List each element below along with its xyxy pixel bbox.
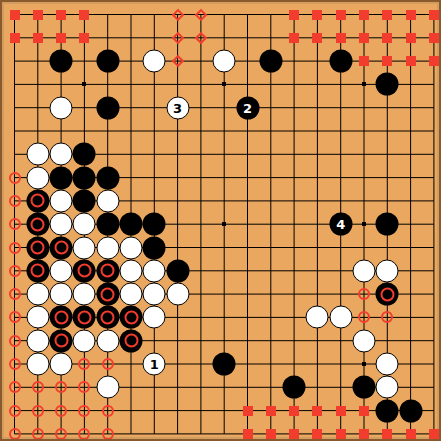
- black-stone-marked: [120, 329, 143, 352]
- red-square-marker: [33, 33, 43, 43]
- red-circle-marker: [9, 311, 21, 323]
- star-point: [362, 362, 366, 366]
- white-stone: [26, 143, 49, 166]
- red-circle-marker: [9, 405, 21, 417]
- black-stone: [213, 353, 236, 376]
- black-stone-marked: [96, 306, 119, 329]
- red-circle-marker: [78, 358, 90, 370]
- red-square-marker: [266, 406, 276, 416]
- black-stone-marked: [96, 283, 119, 306]
- red-square-marker: [336, 10, 346, 20]
- red-square-marker: [382, 429, 392, 439]
- red-circle-on-stone: [77, 310, 91, 324]
- black-stone: [96, 166, 119, 189]
- red-square-marker: [336, 429, 346, 439]
- red-square-marker: [336, 33, 346, 43]
- black-stone: [73, 143, 96, 166]
- red-square-marker: [312, 406, 322, 416]
- white-stone: [376, 259, 399, 282]
- black-stone: [73, 166, 96, 189]
- black-stone: [50, 50, 73, 73]
- red-square-marker: [406, 429, 416, 439]
- red-square-marker: [312, 10, 322, 20]
- white-stone: [329, 306, 352, 329]
- red-circle-on-stone: [31, 217, 45, 231]
- red-square-marker: [406, 33, 416, 43]
- red-circle-marker: [9, 335, 21, 347]
- red-circle-marker: [358, 311, 370, 323]
- white-stone: [96, 329, 119, 352]
- red-circle-marker: [78, 405, 90, 417]
- white-stone: [26, 283, 49, 306]
- star-point: [362, 222, 366, 226]
- red-square-marker: [79, 33, 89, 43]
- red-square-marker: [359, 56, 369, 66]
- white-stone: [50, 259, 73, 282]
- white-stone: [143, 50, 166, 73]
- white-stone: [143, 306, 166, 329]
- red-square-marker: [289, 406, 299, 416]
- black-stone-marked: [120, 306, 143, 329]
- red-circle-marker: [9, 358, 21, 370]
- black-stone: [96, 96, 119, 119]
- red-circle-marker: [78, 428, 90, 440]
- black-stone-marked: [26, 189, 49, 212]
- red-circle-on-stone: [54, 241, 68, 255]
- black-stone-marked: [26, 236, 49, 259]
- white-stone: [120, 259, 143, 282]
- white-stone: [50, 189, 73, 212]
- white-stone: [96, 376, 119, 399]
- red-circle-marker: [9, 195, 21, 207]
- black-stone: [283, 376, 306, 399]
- red-circle-marker: [55, 428, 67, 440]
- red-square-marker: [406, 56, 416, 66]
- red-circle-marker: [9, 381, 21, 393]
- white-stone: [73, 329, 96, 352]
- black-stone-marked: [26, 259, 49, 282]
- red-circle-on-stone: [77, 264, 91, 278]
- red-circle-marker: [9, 172, 21, 184]
- move-number-label: 4: [336, 218, 345, 231]
- red-square-marker: [359, 10, 369, 20]
- white-stone: [213, 50, 236, 73]
- move-number-label: 3: [173, 101, 182, 114]
- red-circle-on-stone: [124, 310, 138, 324]
- black-stone-marked: [73, 259, 96, 282]
- black-stone: [376, 399, 399, 422]
- white-stone: [26, 306, 49, 329]
- black-stone: [259, 50, 282, 73]
- red-circle-on-stone: [101, 287, 115, 301]
- white-stone: [376, 376, 399, 399]
- red-square-marker: [429, 10, 439, 20]
- red-circle-on-stone: [101, 310, 115, 324]
- red-square-marker: [56, 10, 66, 20]
- black-stone-marked: [96, 259, 119, 282]
- white-stone: [353, 329, 376, 352]
- red-square-marker: [10, 10, 20, 20]
- black-stone: [329, 50, 352, 73]
- red-square-marker: [336, 406, 346, 416]
- red-circle-on-stone: [31, 241, 45, 255]
- black-stone: [96, 50, 119, 73]
- red-circle-marker: [9, 242, 21, 254]
- red-square-marker: [243, 429, 253, 439]
- red-circle-marker: [55, 405, 67, 417]
- white-stone: [143, 283, 166, 306]
- red-square-marker: [382, 10, 392, 20]
- white-stone: [26, 329, 49, 352]
- red-circle-marker: [358, 288, 370, 300]
- white-stone: [73, 236, 96, 259]
- white-stone: [50, 283, 73, 306]
- red-circle-marker: [32, 428, 44, 440]
- black-stone: [50, 166, 73, 189]
- black-stone: [73, 189, 96, 212]
- white-stone: [96, 236, 119, 259]
- white-stone: [353, 259, 376, 282]
- black-stone-marked: [50, 306, 73, 329]
- move-number-label: 1: [150, 358, 159, 371]
- black-stone: [353, 376, 376, 399]
- red-circle-marker: [32, 381, 44, 393]
- red-circle-marker: [9, 288, 21, 300]
- red-circle-marker: [102, 428, 114, 440]
- red-square-marker: [429, 33, 439, 43]
- red-square-marker: [406, 10, 416, 20]
- red-circle-marker: [9, 428, 21, 440]
- red-circle-on-stone: [101, 264, 115, 278]
- red-square-marker: [56, 33, 66, 43]
- red-square-marker: [266, 429, 276, 439]
- red-square-marker: [359, 429, 369, 439]
- black-stone: [376, 213, 399, 236]
- star-point: [222, 222, 226, 226]
- red-square-marker: [359, 33, 369, 43]
- star-point: [362, 82, 366, 86]
- red-square-marker: [382, 56, 392, 66]
- move-4-black-stone: 4: [329, 213, 352, 236]
- white-stone: [50, 213, 73, 236]
- white-stone: [376, 353, 399, 376]
- black-stone: [166, 259, 189, 282]
- red-circle-marker: [102, 358, 114, 370]
- red-square-marker: [289, 10, 299, 20]
- red-circle-on-stone: [54, 334, 68, 348]
- black-stone: [376, 73, 399, 96]
- red-square-marker: [429, 429, 439, 439]
- move-number-label: 2: [243, 101, 252, 114]
- white-stone: [120, 236, 143, 259]
- red-square-marker: [359, 406, 369, 416]
- red-square-marker: [289, 429, 299, 439]
- black-stone: [399, 399, 422, 422]
- red-square-marker: [312, 429, 322, 439]
- red-square-marker: [33, 10, 43, 20]
- go-board-diagram: 3241: [0, 0, 441, 441]
- red-circle-on-stone: [54, 310, 68, 324]
- black-stone-marked: [50, 236, 73, 259]
- white-stone: [26, 353, 49, 376]
- white-stone: [50, 96, 73, 119]
- white-stone: [120, 283, 143, 306]
- red-square-marker: [312, 33, 322, 43]
- red-circle-marker: [9, 218, 21, 230]
- white-stone: [73, 283, 96, 306]
- black-stone-marked: [376, 283, 399, 306]
- move-3-white-stone: 3: [166, 96, 189, 119]
- black-stone-marked: [50, 329, 73, 352]
- red-square-marker: [243, 406, 253, 416]
- black-stone: [96, 213, 119, 236]
- star-point: [222, 82, 226, 86]
- red-circle-marker: [102, 405, 114, 417]
- white-stone: [143, 259, 166, 282]
- white-stone: [96, 189, 119, 212]
- red-circle-marker: [78, 381, 90, 393]
- white-stone: [50, 143, 73, 166]
- black-stone-marked: [73, 306, 96, 329]
- white-stone: [26, 166, 49, 189]
- red-circle-on-stone: [380, 287, 394, 301]
- white-stone: [50, 353, 73, 376]
- move-2-black-stone: 2: [236, 96, 259, 119]
- red-square-marker: [10, 33, 20, 43]
- red-circle-marker: [55, 381, 67, 393]
- red-circle-marker: [9, 265, 21, 277]
- red-square-marker: [429, 56, 439, 66]
- star-point: [82, 82, 86, 86]
- red-circle-marker: [32, 405, 44, 417]
- red-circle-marker: [381, 311, 393, 323]
- black-stone: [143, 213, 166, 236]
- red-circle-on-stone: [31, 264, 45, 278]
- black-stone: [143, 236, 166, 259]
- move-1-white-stone: 1: [143, 353, 166, 376]
- red-square-marker: [382, 33, 392, 43]
- black-stone-marked: [26, 213, 49, 236]
- white-stone: [166, 283, 189, 306]
- black-stone: [120, 213, 143, 236]
- red-square-marker: [289, 33, 299, 43]
- white-stone: [306, 306, 329, 329]
- red-square-marker: [79, 10, 89, 20]
- red-circle-on-stone: [31, 194, 45, 208]
- white-stone: [73, 213, 96, 236]
- red-circle-on-stone: [124, 334, 138, 348]
